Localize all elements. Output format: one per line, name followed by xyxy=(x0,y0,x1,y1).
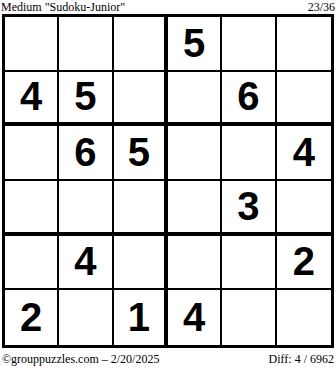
sudoku-board: 5456654342214 xyxy=(2,14,334,348)
puzzle-title: Medium "Sudoku-Junior" xyxy=(1,1,125,14)
cell-r5c6[interactable]: 2 xyxy=(277,236,331,291)
cell-r4c1[interactable] xyxy=(5,181,59,236)
cell-r5c1[interactable] xyxy=(5,236,59,291)
cell-r4c3[interactable] xyxy=(114,181,168,236)
copyright-text: ©grouppuzzles.com – 2/20/2025 xyxy=(2,352,159,366)
cell-r3c2[interactable]: 6 xyxy=(59,126,113,181)
difficulty-text: Diff: 4 / 6962 xyxy=(269,352,334,366)
cell-r1c4[interactable]: 5 xyxy=(168,17,222,72)
cell-r1c2[interactable] xyxy=(59,17,113,72)
cell-r6c3[interactable]: 1 xyxy=(114,290,168,345)
cell-r6c6[interactable] xyxy=(277,290,331,345)
cell-r5c5[interactable] xyxy=(222,236,276,291)
cell-r6c5[interactable] xyxy=(222,290,276,345)
cell-r2c5[interactable]: 6 xyxy=(222,72,276,127)
cell-r4c2[interactable] xyxy=(59,181,113,236)
cell-r2c3[interactable] xyxy=(114,72,168,127)
cell-r3c4[interactable] xyxy=(168,126,222,181)
cell-r2c6[interactable] xyxy=(277,72,331,127)
cell-r4c4[interactable] xyxy=(168,181,222,236)
cell-r1c1[interactable] xyxy=(5,17,59,72)
cell-r3c3[interactable]: 5 xyxy=(114,126,168,181)
cell-r5c3[interactable] xyxy=(114,236,168,291)
cell-r5c4[interactable] xyxy=(168,236,222,291)
puzzle-counter: 23/36 xyxy=(308,1,335,14)
header: Medium "Sudoku-Junior" 23/36 xyxy=(1,0,335,14)
cell-r6c2[interactable] xyxy=(59,290,113,345)
cell-r3c6[interactable]: 4 xyxy=(277,126,331,181)
cell-r4c5[interactable]: 3 xyxy=(222,181,276,236)
footer: ©grouppuzzles.com – 2/20/2025 Diff: 4 / … xyxy=(2,352,334,368)
cell-r3c1[interactable] xyxy=(5,126,59,181)
cell-r6c4[interactable]: 4 xyxy=(168,290,222,345)
cell-r6c1[interactable]: 2 xyxy=(5,290,59,345)
cell-r3c5[interactable] xyxy=(222,126,276,181)
cell-r2c2[interactable]: 5 xyxy=(59,72,113,127)
cell-r4c6[interactable] xyxy=(277,181,331,236)
cell-r5c2[interactable]: 4 xyxy=(59,236,113,291)
cell-r1c5[interactable] xyxy=(222,17,276,72)
cell-r2c1[interactable]: 4 xyxy=(5,72,59,127)
cell-r1c3[interactable] xyxy=(114,17,168,72)
cell-r1c6[interactable] xyxy=(277,17,331,72)
cell-r2c4[interactable] xyxy=(168,72,222,127)
